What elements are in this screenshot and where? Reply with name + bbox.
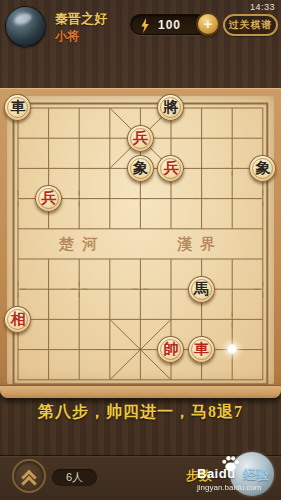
piece-red-相[interactable]: 相 — [4, 306, 31, 333]
energy-value: 100 — [158, 18, 181, 32]
piece-red-兵[interactable]: 兵 — [157, 155, 184, 182]
player-avatar[interactable] — [5, 6, 46, 47]
clock-time: 14:33 — [250, 2, 275, 12]
lightning-icon — [140, 18, 150, 33]
piece-red-兵[interactable]: 兵 — [35, 185, 62, 212]
expand-panel-button[interactable] — [12, 459, 46, 493]
board-bottom-edge — [0, 385, 281, 398]
move-annotation: 第八步，帅四进一，马8退7 — [0, 402, 281, 423]
piece-black-象[interactable]: 象 — [249, 155, 276, 182]
players-count-badge: 6人 — [52, 469, 97, 486]
piece-black-車[interactable]: 車 — [4, 94, 31, 121]
watermark-brand-suffix: 经验 — [243, 466, 269, 484]
puzzle-records-button[interactable]: 过关棋谱 — [223, 14, 278, 36]
player-name: 秦晋之好 — [55, 10, 107, 28]
piece-red-兵[interactable]: 兵 — [127, 125, 154, 152]
add-energy-button[interactable]: + — [196, 12, 220, 36]
piece-black-將[interactable]: 將 — [157, 94, 184, 121]
watermark-url: jingyan.baidu.com — [197, 483, 261, 492]
paw-icon — [221, 455, 240, 472]
app-screen: 14:33 秦晋之好 小将 100 + 过关棋谱 楚河 漢界 車將兵象兵象兵馬相… — [0, 0, 281, 500]
xiangqi-board: 楚河 漢界 車將兵象兵象兵馬相帥車 — [0, 88, 281, 398]
last-move-origin-dot — [227, 344, 237, 354]
piece-black-象[interactable]: 象 — [127, 155, 154, 182]
player-rank-badge: 小将 — [55, 28, 79, 45]
piece-red-車[interactable]: 車 — [188, 336, 215, 363]
piece-black-馬[interactable]: 馬 — [188, 276, 215, 303]
piece-red-帥[interactable]: 帥 — [157, 336, 184, 363]
piece-layer: 車將兵象兵象兵馬相帥車 — [3, 93, 278, 395]
